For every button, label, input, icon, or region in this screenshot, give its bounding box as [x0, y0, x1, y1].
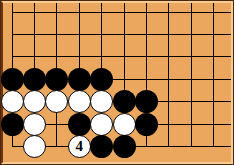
black-stone: [68, 68, 91, 91]
black-stone: [45, 68, 68, 91]
black-stone: [135, 90, 158, 113]
black-stone: [90, 68, 113, 91]
white-stone: [23, 90, 46, 113]
white-stone: [113, 113, 136, 136]
white-stone: [90, 113, 113, 136]
black-stone: [113, 135, 136, 158]
black-stone: [90, 135, 113, 158]
go-diagram: 4: [0, 0, 234, 165]
white-stone-numbered-4: 4: [68, 135, 91, 158]
white-stone: [90, 90, 113, 113]
white-stone: [23, 135, 46, 158]
white-stone: [45, 90, 68, 113]
white-stone: [23, 113, 46, 136]
white-stone: [68, 90, 91, 113]
black-stone: [68, 113, 91, 136]
black-stone: [135, 113, 158, 136]
black-stone: [1, 113, 24, 136]
white-stone: [1, 90, 24, 113]
move-number-label: 4: [75, 139, 83, 154]
black-stone: [113, 90, 136, 113]
black-stone: [1, 68, 24, 91]
black-stone: [23, 68, 46, 91]
stones-layer: 4: [0, 0, 234, 165]
